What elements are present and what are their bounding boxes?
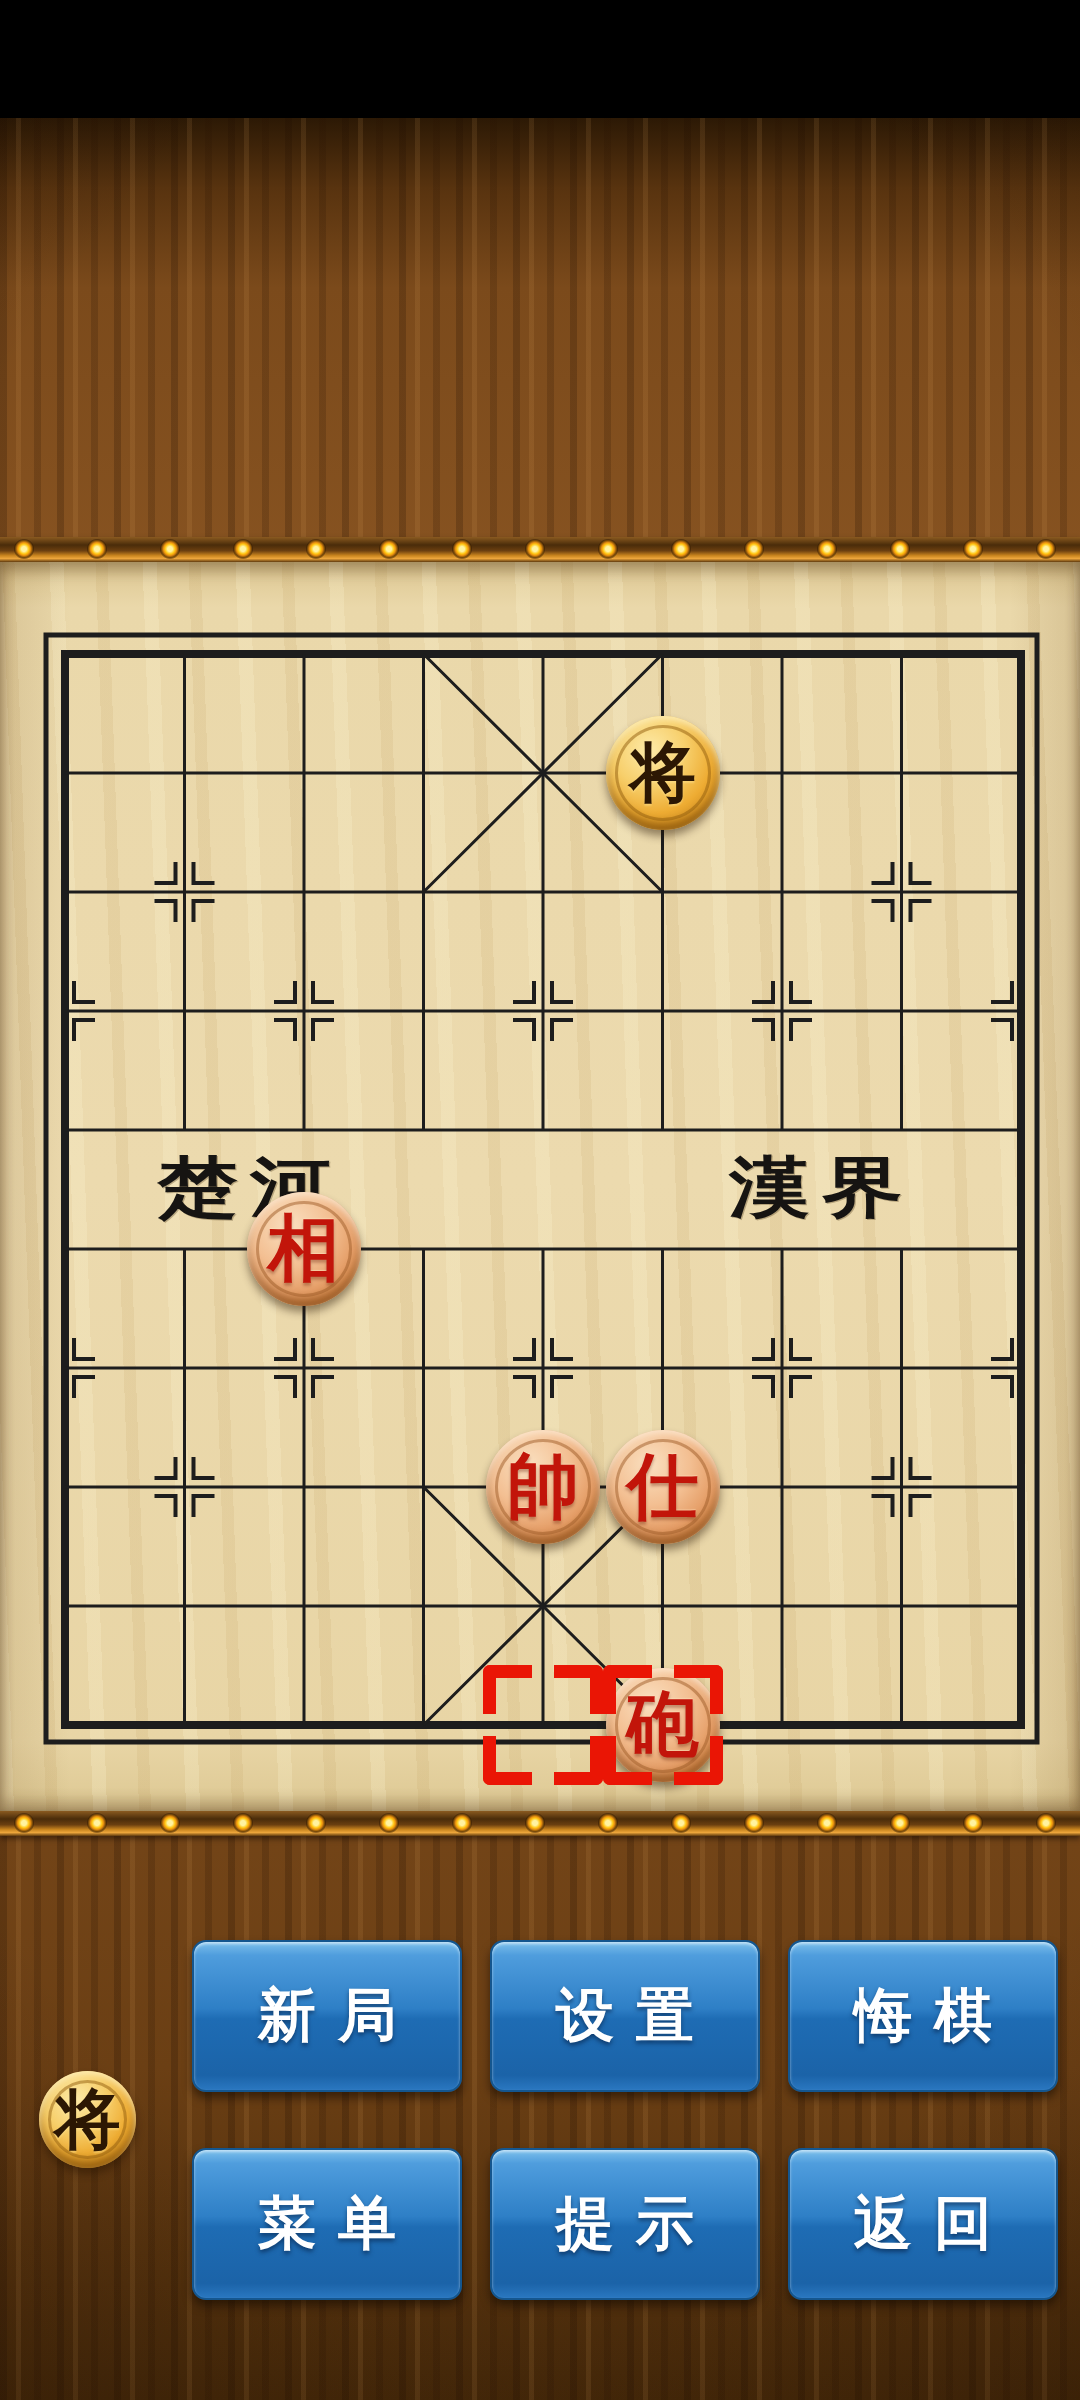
app-screen: 楚河 漢界 将相帥仕砲 将 新局 设置 悔棋 菜单 提示 返回 [0,0,1080,2400]
back-button[interactable]: 返回 [788,2148,1058,2300]
hint-button[interactable]: 提示 [490,2148,760,2300]
piece-layer: 将相帥仕砲 [5,595,1080,1785]
red-elephant[interactable]: 相 [247,1192,361,1306]
status-bar [0,0,1080,120]
settings-button[interactable]: 设置 [490,1940,760,2092]
undo-move-button[interactable]: 悔棋 [788,1940,1058,2092]
button-grid: 新局 设置 悔棋 菜单 提示 返回 [192,1940,1058,2300]
board-panel: 楚河 漢界 将相帥仕砲 [0,562,1080,1811]
red-general[interactable]: 帥 [486,1430,600,1544]
new-game-button[interactable]: 新局 [192,1940,462,2092]
turn-indicator-piece: 将 [39,2071,136,2168]
top-rivet-band [0,537,1080,562]
bottom-rivet-band [0,1811,1080,1836]
black-general[interactable]: 将 [606,716,720,830]
last-move-from-marker [483,1665,603,1785]
red-advisor[interactable]: 仕 [606,1430,720,1544]
last-move-to-marker [603,1665,723,1785]
menu-button[interactable]: 菜单 [192,2148,462,2300]
